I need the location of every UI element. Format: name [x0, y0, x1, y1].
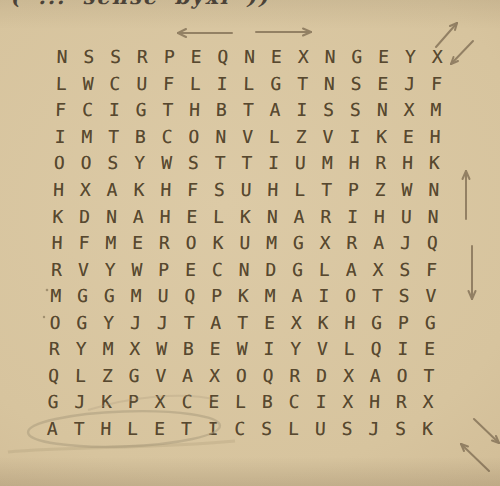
grid-cell: G: [69, 283, 96, 310]
grid-cell: J: [396, 71, 423, 98]
grid-cell: T: [233, 150, 260, 177]
grid-cell: U: [287, 150, 314, 177]
grid-cell: N: [316, 71, 343, 98]
grid-cell: E: [201, 336, 228, 363]
grid-cell: I: [389, 336, 416, 363]
grid-cell: F: [418, 256, 445, 283]
grid-cell: N: [419, 203, 446, 230]
grid-cell: E: [395, 124, 422, 151]
grid-cell: L: [205, 203, 232, 230]
grid-cell: N: [236, 44, 263, 71]
grid-cell: K: [368, 124, 395, 151]
grid-cell: T: [415, 363, 442, 390]
grid-cell: E: [256, 309, 283, 336]
grid-cell: T: [364, 283, 391, 310]
grid-cell: S: [387, 416, 414, 443]
grid-cell: D: [308, 363, 335, 390]
grid-cell: W: [153, 150, 180, 177]
grid-cell: X: [423, 44, 450, 71]
cut-off-handwriting: ( ... sense byxl )): [10, 0, 310, 9]
grid-cell: T: [173, 416, 200, 443]
grid-cell: N: [230, 256, 257, 283]
grid-cell: O: [72, 150, 99, 177]
grid-cell: X: [364, 256, 391, 283]
grid-cell: R: [41, 336, 68, 363]
grid-cell: M: [122, 283, 149, 310]
grid-cell: O: [337, 283, 364, 310]
grid-cell: I: [255, 336, 282, 363]
grid-cell: I: [307, 389, 334, 416]
grid-cell: Z: [287, 124, 314, 151]
grid-cell: H: [336, 309, 363, 336]
grid-cell: G: [417, 309, 444, 336]
grid-cell: S: [342, 71, 369, 98]
grid-cell: E: [177, 256, 204, 283]
grid-cell: H: [151, 203, 178, 230]
grid-cell: V: [417, 283, 444, 310]
grid-cell: Y: [95, 309, 122, 336]
grid-cell: L: [48, 71, 75, 98]
grid-cell: Q: [419, 230, 446, 257]
grid-cell: D: [257, 256, 284, 283]
grid-cell: U: [149, 283, 176, 310]
grid-cell: K: [230, 283, 257, 310]
grid-cell: N: [207, 124, 234, 151]
grid-cell: R: [312, 203, 339, 230]
grid-cell: E: [146, 416, 173, 443]
grid-cell: E: [182, 44, 209, 71]
pencil-arrow-right-icon: [256, 29, 311, 36]
grid-cell: M: [422, 97, 449, 124]
grid-cell: K: [44, 203, 71, 230]
grid-cell: C: [280, 389, 307, 416]
grid-cell: V: [309, 336, 336, 363]
grid-cell: Y: [126, 150, 153, 177]
grid-cell: L: [182, 71, 209, 98]
grid-cell: L: [227, 389, 254, 416]
grid-cell: A: [125, 203, 152, 230]
grid-cell: P: [390, 309, 417, 336]
grid-cell: L: [335, 336, 362, 363]
grid-cell: L: [286, 177, 313, 204]
grid-cell: G: [343, 44, 370, 71]
grid-cell: L: [67, 363, 94, 390]
grid-cell: S: [206, 177, 233, 204]
grid-cell: J: [66, 389, 93, 416]
grid-cell: U: [128, 71, 155, 98]
grid-cell: U: [392, 203, 419, 230]
grid-cell: N: [48, 44, 75, 71]
grid-cell: P: [150, 256, 177, 283]
grid-cell: F: [423, 71, 450, 98]
grid-cell: C: [101, 71, 128, 98]
grid-cell: L: [280, 416, 307, 443]
grid-cell: K: [414, 416, 441, 443]
grid-cell: G: [68, 309, 95, 336]
grid-cell: R: [388, 389, 415, 416]
grid-cell: P: [120, 389, 147, 416]
grid-cell: N: [259, 203, 286, 230]
grid-cell: E: [369, 71, 396, 98]
grid-cell: T: [313, 177, 340, 204]
grid-cell: K: [125, 177, 152, 204]
grid-cell: R: [129, 44, 156, 71]
grid-cell: H: [361, 389, 388, 416]
grid-cell: X: [283, 309, 310, 336]
grid-cell: W: [123, 256, 150, 283]
grid-cell: S: [253, 416, 280, 443]
grid-cell: A: [202, 309, 229, 336]
grid-cell: Q: [40, 363, 67, 390]
word-search-grid: NSSRPEQNEXNGEYXLWCUFLILGTNSEJFFCIGTHBTAI…: [39, 44, 451, 442]
grid-cell: X: [414, 389, 441, 416]
grid-cell: V: [70, 256, 97, 283]
grid-cell: K: [232, 203, 259, 230]
pencil-arrow-up-left-icon: [461, 444, 489, 471]
grid-cell: X: [335, 363, 362, 390]
grid-cell: I: [260, 150, 287, 177]
grid-cell: S: [391, 256, 418, 283]
grid-cell: O: [388, 363, 415, 390]
grid-cell: X: [201, 363, 228, 390]
grid-cell: G: [262, 71, 289, 98]
grid-cell: P: [203, 283, 230, 310]
grid-cell: Y: [67, 336, 94, 363]
grid-cell: A: [39, 416, 66, 443]
grid-cell: M: [97, 230, 124, 257]
grid-cell: T: [289, 71, 316, 98]
grid-cell: A: [285, 203, 312, 230]
grid-cell: S: [102, 44, 129, 71]
grid-cell: E: [200, 389, 227, 416]
grid-cell: T: [65, 416, 92, 443]
grid-cell: T: [154, 97, 181, 124]
pencil-arrow-left-icon: [178, 29, 232, 37]
pencil-arrow-up-icon: [463, 171, 470, 219]
grid-cell: H: [45, 177, 72, 204]
grid-cell: H: [152, 177, 179, 204]
grid-cell: R: [281, 363, 308, 390]
grid-cell: C: [173, 389, 200, 416]
grid-cell: W: [393, 177, 420, 204]
grid-cell: K: [93, 389, 120, 416]
grid-cell: F: [155, 71, 182, 98]
grid-cell: M: [256, 283, 283, 310]
grid-cell: L: [311, 256, 338, 283]
grid-cell: X: [311, 230, 338, 257]
grid-cell: E: [416, 336, 443, 363]
grid-cell: C: [153, 124, 180, 151]
grid-cell: C: [204, 256, 231, 283]
grid-cell: G: [39, 389, 66, 416]
grid-cell: Q: [254, 363, 281, 390]
grid-cell: H: [43, 230, 70, 257]
pencil-arrow-down-left-icon: [451, 41, 473, 64]
grid-cell: T: [100, 124, 127, 151]
grid-cell: T: [206, 150, 233, 177]
grid-cell: S: [75, 44, 102, 71]
grid-cell: N: [368, 97, 395, 124]
grid-cell: O: [46, 150, 73, 177]
grid-cell: H: [92, 416, 119, 443]
grid-cell: M: [313, 150, 340, 177]
grid-cell: I: [310, 283, 337, 310]
grid-cell: I: [101, 97, 128, 124]
grid-cell: Q: [209, 44, 236, 71]
grid-cell: R: [367, 150, 394, 177]
grid-cell: G: [363, 309, 390, 336]
grid-cell: K: [204, 230, 231, 257]
grid-cell: S: [99, 150, 126, 177]
grid-cell: I: [46, 124, 73, 151]
grid-cell: I: [199, 416, 226, 443]
grid-cell: M: [94, 336, 121, 363]
grid-cell: S: [315, 97, 342, 124]
grid-cell: C: [226, 416, 253, 443]
grid-cell: T: [229, 309, 256, 336]
grid-cell: R: [43, 256, 70, 283]
grid-cell: T: [234, 97, 261, 124]
grid-cell: N: [98, 203, 125, 230]
grid-cell: P: [340, 177, 367, 204]
grid-cell: Z: [366, 177, 393, 204]
grid-cell: D: [71, 203, 98, 230]
grid-cell: N: [420, 177, 447, 204]
grid-cell: E: [370, 44, 397, 71]
grid-cell: C: [74, 97, 101, 124]
grid-cell: W: [74, 71, 101, 98]
grid-cell: U: [232, 177, 259, 204]
grid-cell: X: [395, 97, 422, 124]
grid-cell: G: [120, 363, 147, 390]
grid-cell: M: [42, 283, 69, 310]
grid-cell: M: [73, 124, 100, 151]
grid-cell: A: [362, 363, 389, 390]
grid-cell: V: [234, 124, 261, 151]
grid-cell: I: [288, 97, 315, 124]
grid-cell: B: [175, 336, 202, 363]
grid-cell: I: [208, 71, 235, 98]
grid-cell: R: [338, 230, 365, 257]
grid-cell: J: [392, 230, 419, 257]
word-search-photo: ( ... sense byxl )) NSSRPEQNEXNGEYXLWCUF…: [0, 0, 500, 486]
grid-cell: Q: [362, 336, 389, 363]
grid-cell: V: [314, 124, 341, 151]
grid-cell: O: [228, 363, 255, 390]
grid-cell: E: [124, 230, 151, 257]
grid-cell: Z: [94, 363, 121, 390]
grid-cell: M: [258, 230, 285, 257]
grid-cell: B: [254, 389, 281, 416]
grid-cell: U: [307, 416, 334, 443]
grid-cell: H: [366, 203, 393, 230]
grid-cell: E: [178, 203, 205, 230]
grid-cell: B: [208, 97, 235, 124]
grid-cell: K: [309, 309, 336, 336]
grid-cell: S: [390, 283, 417, 310]
grid-cell: Y: [282, 336, 309, 363]
grid-cell: X: [72, 177, 99, 204]
grid-cell: X: [121, 336, 148, 363]
grid-cell: V: [147, 363, 174, 390]
grid-cell: S: [180, 150, 207, 177]
grid-cell: L: [119, 416, 146, 443]
pencil-arrow-down-icon: [469, 246, 476, 299]
grid-cell: A: [261, 97, 288, 124]
grid-cell: B: [127, 124, 154, 151]
grid-cell: F: [47, 97, 74, 124]
grid-cell: H: [259, 177, 286, 204]
grid-cell: H: [181, 97, 208, 124]
grid-cell: O: [177, 230, 204, 257]
grid-cell: P: [155, 44, 182, 71]
grid-cell: A: [365, 230, 392, 257]
grid-cell: H: [421, 124, 448, 151]
grid-cell: H: [394, 150, 421, 177]
grid-cell: F: [179, 177, 206, 204]
grid-cell: W: [148, 336, 175, 363]
grid-cell: F: [70, 230, 97, 257]
grid-cell: G: [127, 97, 154, 124]
grid-cell: A: [338, 256, 365, 283]
grid-cell: Y: [96, 256, 123, 283]
pencil-arrow-down-right-icon: [474, 419, 499, 443]
grid-cell: R: [151, 230, 178, 257]
grid-cell: O: [180, 124, 207, 151]
grid-cell: G: [285, 230, 312, 257]
grid-cell: K: [421, 150, 448, 177]
grid-cell: A: [283, 283, 310, 310]
grid-cell: A: [98, 177, 125, 204]
grid-cell: S: [333, 416, 360, 443]
grid-cell: L: [261, 124, 288, 151]
grid-cell: S: [342, 97, 369, 124]
grid-cell: G: [96, 283, 123, 310]
grid-cell: Q: [176, 283, 203, 310]
grid-cell: X: [146, 389, 173, 416]
grid-cell: X: [289, 44, 316, 71]
grid-cell: E: [263, 44, 290, 71]
grid-cell: G: [284, 256, 311, 283]
grid-cell: H: [340, 150, 367, 177]
grid-cell: O: [41, 309, 68, 336]
grid-cell: Y: [397, 44, 424, 71]
grid-cell: J: [122, 309, 149, 336]
grid-cell: I: [339, 203, 366, 230]
grid-cell: X: [334, 389, 361, 416]
grid-cell: J: [360, 416, 387, 443]
grid-cell: T: [175, 309, 202, 336]
grid-cell: W: [228, 336, 255, 363]
grid-cell: J: [149, 309, 176, 336]
grid-cell: I: [341, 124, 368, 151]
grid-cell: U: [231, 230, 258, 257]
grid-cell: L: [235, 71, 262, 98]
grid-cell: A: [174, 363, 201, 390]
grid-cell: N: [316, 44, 343, 71]
